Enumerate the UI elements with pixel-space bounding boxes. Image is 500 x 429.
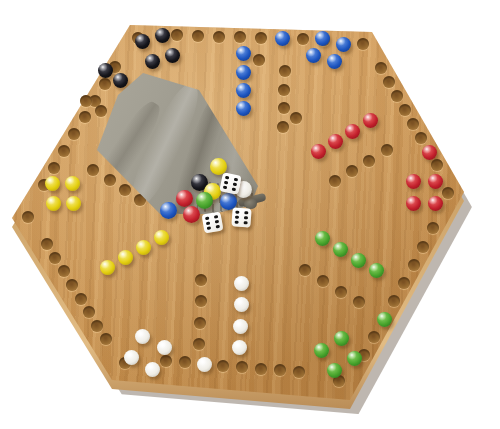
- marble-green: [327, 363, 342, 378]
- board-hole: [83, 306, 95, 318]
- marble-yellow: [65, 176, 80, 191]
- die-pip: [234, 220, 238, 224]
- board-hole: [368, 331, 380, 343]
- board-hole: [41, 238, 53, 250]
- board-hole: [335, 286, 347, 298]
- die-showing-6: [201, 211, 223, 233]
- marble-blue: [236, 101, 251, 116]
- board-hole: [381, 144, 393, 156]
- board-hole: [91, 320, 103, 332]
- board-hole: [255, 363, 267, 375]
- marble-white: [124, 350, 139, 365]
- marble-white: [234, 297, 249, 312]
- board-hole: [75, 293, 87, 305]
- board-hole: [293, 366, 305, 378]
- marble-red: [311, 144, 326, 159]
- board-hole: [357, 38, 369, 50]
- marble-yellow: [46, 196, 61, 211]
- die-showing-6: [231, 207, 251, 227]
- board-hole: [104, 174, 116, 186]
- board-hole: [48, 162, 60, 174]
- board-hole: [49, 252, 61, 264]
- board-hole: [58, 145, 70, 157]
- board-hole: [192, 30, 204, 42]
- marble-white: [234, 276, 249, 291]
- die-pip: [243, 215, 247, 219]
- die-pip: [215, 224, 219, 228]
- die-pip: [235, 215, 239, 219]
- board-hole: [279, 65, 291, 77]
- board-hole: [68, 128, 80, 140]
- die-pip: [231, 187, 235, 191]
- board-hole: [299, 264, 311, 276]
- marble-green: [351, 253, 366, 268]
- marble-white: [135, 329, 150, 344]
- marble-red: [428, 196, 443, 211]
- marble-red: [406, 174, 421, 189]
- marble-green: [347, 351, 362, 366]
- board-hole: [317, 275, 329, 287]
- die-showing-6: [219, 172, 242, 195]
- marble-black: [98, 63, 113, 78]
- board-hole: [179, 356, 191, 368]
- marble-yellow: [100, 260, 115, 275]
- board-hole: [79, 111, 91, 123]
- board-hole: [95, 105, 107, 117]
- board-hole: [408, 259, 420, 271]
- marble-blue: [306, 48, 321, 63]
- marble-red: [428, 174, 443, 189]
- marble-red: [183, 206, 200, 223]
- marble-blue: [236, 83, 251, 98]
- board-hole: [255, 32, 267, 44]
- board-hole: [195, 295, 207, 307]
- die-pip: [224, 180, 228, 184]
- board-hole: [363, 155, 375, 167]
- marble-red: [406, 196, 421, 211]
- board-hole: [277, 121, 289, 133]
- marble-black: [135, 34, 150, 49]
- board-hole: [278, 102, 290, 114]
- marble-red: [176, 190, 193, 207]
- die-pip: [225, 175, 229, 179]
- board-hole: [119, 184, 131, 196]
- marble-yellow: [45, 176, 60, 191]
- marble-black: [165, 48, 180, 63]
- marble-white: [232, 340, 247, 355]
- board-hole: [383, 76, 395, 88]
- board-hole: [274, 364, 286, 376]
- marble-red: [345, 124, 360, 139]
- board-hole: [391, 90, 403, 102]
- board-hole: [171, 29, 183, 41]
- marble-blue: [327, 54, 342, 69]
- die-pip: [206, 221, 210, 225]
- die-pip: [214, 219, 218, 223]
- board-hole: [195, 274, 207, 286]
- board-hole: [388, 295, 400, 307]
- marble-white: [233, 319, 248, 334]
- marble-black: [145, 54, 160, 69]
- marble-red: [328, 134, 343, 149]
- scene: [0, 0, 500, 429]
- board-hole: [58, 265, 70, 277]
- board-hole: [236, 361, 248, 373]
- board-hole: [442, 187, 454, 199]
- marble-green: [315, 231, 330, 246]
- die-pip: [243, 220, 247, 224]
- board-hole: [100, 333, 112, 345]
- marble-yellow: [154, 230, 169, 245]
- die-pip: [207, 226, 211, 230]
- die-pip: [235, 210, 239, 214]
- die-pip: [213, 214, 217, 218]
- board-hole: [415, 132, 427, 144]
- marble-blue: [236, 46, 251, 61]
- marble-yellow: [66, 196, 81, 211]
- board-hole: [375, 62, 387, 74]
- board-hole: [234, 31, 246, 43]
- die-pip: [244, 210, 248, 214]
- marble-green: [333, 242, 348, 257]
- board-hole: [431, 159, 443, 171]
- marble-blue: [336, 37, 351, 52]
- marble-red: [422, 145, 437, 160]
- marble-yellow: [118, 250, 133, 265]
- board-hole: [194, 317, 206, 329]
- board-hole: [407, 118, 419, 130]
- board-hole: [193, 338, 205, 350]
- marble-white: [197, 357, 212, 372]
- board-hole: [398, 277, 410, 289]
- marble-blue: [160, 202, 177, 219]
- board-hole: [290, 112, 302, 124]
- board-hole: [87, 164, 99, 176]
- marble-blue: [275, 31, 290, 46]
- marble-red: [363, 113, 378, 128]
- board-hole: [253, 54, 265, 66]
- marble-blue: [236, 65, 251, 80]
- board-hole: [22, 211, 34, 223]
- board-hole: [399, 104, 411, 116]
- board-hole: [329, 175, 341, 187]
- board-hole: [278, 84, 290, 96]
- board-hole: [297, 33, 309, 45]
- board-hole: [217, 360, 229, 372]
- board-hole: [353, 296, 365, 308]
- marble-yellow: [210, 158, 227, 175]
- marble-blue: [315, 31, 330, 46]
- marble-green: [369, 263, 384, 278]
- board-hole: [427, 222, 439, 234]
- marble-white: [157, 340, 172, 355]
- die-pip: [223, 185, 227, 189]
- die-pip: [205, 216, 209, 220]
- marble-green: [377, 312, 392, 327]
- board-hole: [99, 78, 111, 90]
- marble-white: [145, 362, 160, 377]
- board-hole: [160, 355, 172, 367]
- marble-yellow: [136, 240, 151, 255]
- marble-black: [113, 73, 128, 88]
- board-hole: [346, 165, 358, 177]
- board-hole: [417, 241, 429, 253]
- board-hole: [66, 279, 78, 291]
- die-pip: [232, 182, 236, 186]
- marble-green: [334, 331, 349, 346]
- marble-green: [314, 343, 329, 358]
- marble-green: [196, 192, 213, 209]
- board-hole: [213, 31, 225, 43]
- marble-black: [155, 28, 170, 43]
- die-pip: [233, 177, 237, 181]
- board-hole: [80, 95, 92, 107]
